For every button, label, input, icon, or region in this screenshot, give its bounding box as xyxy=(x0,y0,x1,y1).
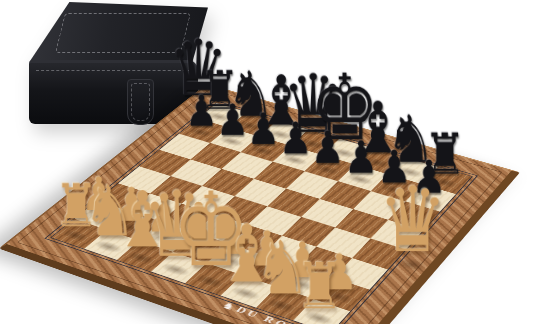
square-h1: ♜ xyxy=(293,299,350,324)
piece-glyph: ♟ xyxy=(216,98,249,141)
piece-glyph: ♟ xyxy=(185,90,218,133)
white-queen-glyph: ♛ xyxy=(378,174,447,264)
piece-glyph: ♜ xyxy=(295,254,344,318)
piece-glyph: ♟ xyxy=(311,125,345,169)
chess-board: ♜♞♝♛♚♝♞♜♟♟♟♟♟♟♟♟♟♟♟♟♟♟♟♟♜♞♝♛♚♝♞♜ ♛ ♛ ♞ D… xyxy=(0,84,520,324)
piece-glyph: ♟ xyxy=(344,135,378,180)
white-rook: ♜ xyxy=(293,299,350,324)
piece-glyph: ♟ xyxy=(247,107,280,151)
chess-set-product-photo: ♜♞♝♛♚♝♞♜♟♟♟♟♟♟♟♟♟♟♟♟♟♟♟♟♜♞♝♛♚♝♞♜ ♛ ♛ ♞ D… xyxy=(0,0,533,324)
board-perspective-wrap: ♜♞♝♛♚♝♞♜♟♟♟♟♟♟♟♟♟♟♟♟♟♟♟♟♜♞♝♛♚♝♞♜ ♛ ♛ ♞ D… xyxy=(0,0,533,324)
piece-glyph: ♟ xyxy=(279,116,312,160)
